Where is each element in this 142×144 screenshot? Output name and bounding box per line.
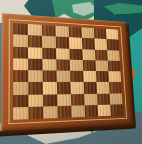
square-r1c8[interactable] — [106, 29, 118, 40]
square-r5c3[interactable] — [43, 70, 57, 82]
square-r6c4[interactable] — [57, 82, 71, 94]
square-r1c6[interactable] — [81, 27, 94, 38]
square-r4c3[interactable] — [42, 59, 56, 71]
square-r2c4[interactable] — [56, 37, 70, 49]
square-r3c3[interactable] — [42, 47, 56, 59]
square-r2c2[interactable] — [28, 35, 42, 47]
square-r5c5[interactable] — [70, 71, 84, 82]
square-r2c1[interactable] — [13, 35, 28, 47]
square-r4c5[interactable] — [70, 59, 84, 70]
square-r1c2[interactable] — [28, 24, 42, 36]
square-r7c8[interactable] — [110, 93, 123, 104]
square-r6c3[interactable] — [43, 82, 57, 94]
square-r8c4[interactable] — [57, 105, 71, 117]
square-r7c7[interactable] — [97, 93, 110, 105]
square-r4c1[interactable] — [13, 58, 28, 70]
square-r1c3[interactable] — [42, 25, 56, 37]
square-r2c3[interactable] — [42, 36, 56, 48]
square-r7c3[interactable] — [43, 94, 57, 106]
photo-of-chess-board — [0, 0, 142, 144]
square-r6c6[interactable] — [84, 82, 97, 93]
square-r1c5[interactable] — [69, 27, 82, 38]
square-r4c6[interactable] — [83, 60, 96, 71]
square-r8c5[interactable] — [71, 105, 85, 117]
square-r2c6[interactable] — [82, 38, 95, 49]
square-r4c7[interactable] — [95, 60, 108, 71]
square-r8c1[interactable] — [13, 107, 28, 120]
square-r3c5[interactable] — [69, 48, 82, 59]
board-grid — [13, 23, 123, 120]
square-r3c4[interactable] — [56, 48, 70, 60]
square-r3c8[interactable] — [107, 50, 120, 61]
square-r6c2[interactable] — [28, 82, 43, 94]
square-r4c2[interactable] — [28, 58, 43, 70]
chess-board — [1, 13, 133, 131]
square-r5c4[interactable] — [57, 71, 71, 83]
square-r2c8[interactable] — [107, 39, 119, 50]
square-r6c8[interactable] — [109, 82, 122, 93]
square-r1c1[interactable] — [13, 23, 28, 35]
square-r3c1[interactable] — [13, 46, 28, 58]
square-r6c7[interactable] — [97, 82, 110, 93]
square-r6c1[interactable] — [13, 82, 28, 94]
square-r5c6[interactable] — [83, 71, 96, 82]
square-r4c4[interactable] — [56, 59, 70, 71]
square-r5c7[interactable] — [96, 71, 109, 82]
square-r2c5[interactable] — [69, 37, 82, 48]
square-r7c1[interactable] — [13, 94, 28, 107]
square-r1c7[interactable] — [94, 28, 107, 39]
square-r3c2[interactable] — [28, 47, 42, 59]
square-r7c2[interactable] — [28, 94, 43, 107]
square-r3c6[interactable] — [82, 49, 95, 60]
square-r5c8[interactable] — [108, 71, 121, 82]
square-r8c3[interactable] — [43, 106, 58, 119]
square-r4c8[interactable] — [108, 60, 121, 71]
square-r7c6[interactable] — [84, 93, 97, 105]
square-r5c2[interactable] — [28, 70, 43, 82]
square-r7c4[interactable] — [57, 94, 71, 106]
square-r8c8[interactable] — [110, 104, 123, 116]
square-r3c7[interactable] — [95, 49, 108, 60]
square-r8c6[interactable] — [85, 105, 99, 117]
square-r8c2[interactable] — [28, 106, 43, 119]
square-r6c5[interactable] — [71, 82, 85, 94]
square-r2c7[interactable] — [94, 39, 107, 50]
square-r7c5[interactable] — [71, 94, 85, 106]
square-r8c7[interactable] — [98, 104, 111, 116]
square-r5c1[interactable] — [13, 70, 28, 82]
square-r1c4[interactable] — [55, 26, 69, 38]
